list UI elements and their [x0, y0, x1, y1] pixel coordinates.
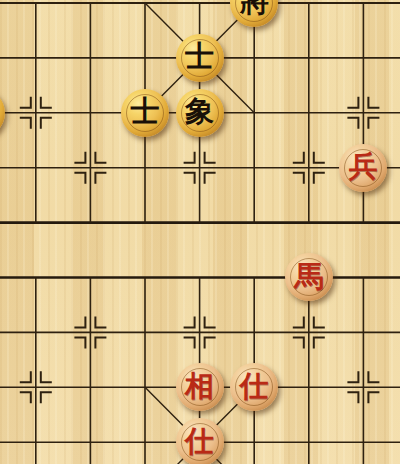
- piece-glyph: 兵: [349, 152, 378, 181]
- black-unknown-clipped-piece[interactable]: 象: [0, 89, 5, 137]
- piece-glyph: 仕: [240, 372, 269, 401]
- piece-glyph: 將: [240, 0, 269, 16]
- piece-glyph: 士: [130, 97, 159, 126]
- piece-glyph: 仕: [185, 427, 214, 456]
- red-advisor[interactable]: 仕: [230, 363, 278, 411]
- red-advisor-2[interactable]: 仕: [176, 418, 224, 464]
- black-elephant[interactable]: 象: [176, 89, 224, 137]
- black-advisor-2[interactable]: 士: [121, 89, 169, 137]
- piece-glyph: 士: [185, 42, 214, 71]
- red-elephant[interactable]: 相: [176, 363, 224, 411]
- red-horse[interactable]: 馬: [285, 253, 333, 301]
- xiangqi-board[interactable]: 將士士象象兵馬相仕仕: [0, 0, 400, 464]
- piece-glyph: 象: [185, 97, 214, 126]
- black-general[interactable]: 將: [230, 0, 278, 27]
- black-advisor[interactable]: 士: [176, 34, 224, 82]
- piece-layer: 將士士象象兵馬相仕仕: [0, 0, 400, 464]
- piece-glyph: 相: [185, 372, 214, 401]
- piece-glyph: 馬: [294, 262, 323, 291]
- red-soldier[interactable]: 兵: [339, 144, 387, 192]
